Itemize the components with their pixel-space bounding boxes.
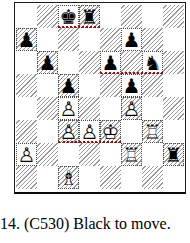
piece-glyph: ♟	[102, 53, 120, 73]
square-a3[interactable]	[16, 120, 37, 143]
square-g1[interactable]	[142, 166, 163, 189]
piece-glyph: ♞	[144, 53, 162, 73]
square-f3[interactable]	[121, 120, 142, 143]
square-d6[interactable]	[79, 51, 100, 74]
square-d8[interactable]: ♜	[79, 5, 100, 28]
piece-glyph: ♙	[123, 99, 141, 119]
white-pawn: ♟♙	[58, 120, 79, 143]
square-e4[interactable]	[100, 97, 121, 120]
square-h8[interactable]	[163, 5, 184, 28]
square-f5[interactable]: ♟	[121, 74, 142, 97]
piece-glyph: ♙	[60, 122, 78, 142]
square-g2[interactable]	[142, 143, 163, 166]
black-knight: ♞	[142, 51, 163, 74]
square-b7[interactable]	[37, 28, 58, 51]
square-b1[interactable]	[37, 166, 58, 189]
square-a8[interactable]	[16, 5, 37, 28]
square-c6[interactable]	[58, 51, 79, 74]
black-rook: ♜	[163, 143, 184, 166]
white-pawn: ♟♙	[16, 143, 37, 166]
square-h5[interactable]	[163, 74, 184, 97]
square-f4[interactable]: ♟♙	[121, 97, 142, 120]
square-a4[interactable]	[16, 97, 37, 120]
piece-glyph: ♟	[39, 53, 57, 73]
square-f8[interactable]	[121, 5, 142, 28]
piece-glyph: ♟	[18, 30, 36, 50]
piece-glyph: ♗	[60, 168, 78, 188]
white-pawn: ♟♙	[79, 120, 100, 143]
diagram-caption: 14. (C530) Black to move.	[0, 215, 190, 233]
square-e7[interactable]	[100, 28, 121, 51]
white-bishop: ♝♗	[58, 166, 79, 189]
piece-glyph: ♚	[60, 7, 78, 27]
piece-glyph: ♖	[144, 122, 162, 142]
square-b2[interactable]	[37, 143, 58, 166]
square-g8[interactable]	[142, 5, 163, 28]
black-pawn: ♟	[16, 28, 37, 51]
board-frame: ♚♜♟♟♟♟♞♟♟♟♙♟♙♟♙♟♙♚♔♜♖♟♙♜♖♜♝♗	[14, 2, 186, 194]
square-h2[interactable]: ♜	[163, 143, 184, 166]
square-h3[interactable]	[163, 120, 184, 143]
square-b8[interactable]	[37, 5, 58, 28]
square-a1[interactable]	[16, 166, 37, 189]
square-h1[interactable]	[163, 166, 184, 189]
square-g4[interactable]	[142, 97, 163, 120]
piece-glyph: ♟	[123, 76, 141, 96]
square-c4[interactable]: ♟♙	[58, 97, 79, 120]
black-king: ♚	[58, 5, 79, 28]
square-d4[interactable]	[79, 97, 100, 120]
white-pawn: ♟♙	[121, 97, 142, 120]
square-f1[interactable]	[121, 166, 142, 189]
square-c1[interactable]: ♝♗	[58, 166, 79, 189]
square-d2[interactable]	[79, 143, 100, 166]
square-e6[interactable]: ♟	[100, 51, 121, 74]
square-d7[interactable]	[79, 28, 100, 51]
piece-glyph: ♟	[60, 76, 78, 96]
piece-glyph: ♙	[60, 99, 78, 119]
square-a6[interactable]	[16, 51, 37, 74]
square-f6[interactable]	[121, 51, 142, 74]
square-g3[interactable]: ♜♖	[142, 120, 163, 143]
black-pawn: ♟	[121, 28, 142, 51]
square-c5[interactable]: ♟	[58, 74, 79, 97]
piece-glyph: ♜	[81, 7, 99, 27]
piece-glyph: ♜	[165, 145, 183, 165]
square-d1[interactable]	[79, 166, 100, 189]
black-pawn: ♟	[37, 51, 58, 74]
square-d3[interactable]: ♟♙	[79, 120, 100, 143]
piece-glyph: ♔	[102, 122, 120, 142]
square-g7[interactable]	[142, 28, 163, 51]
square-e1[interactable]	[100, 166, 121, 189]
square-e3[interactable]: ♚♔	[100, 120, 121, 143]
square-a2[interactable]: ♟♙	[16, 143, 37, 166]
black-pawn: ♟	[58, 74, 79, 97]
white-king: ♚♔	[100, 120, 121, 143]
piece-glyph: ♖	[123, 145, 141, 165]
black-pawn: ♟	[121, 74, 142, 97]
square-e8[interactable]	[100, 5, 121, 28]
chess-diagram: ♚♜♟♟♟♟♞♟♟♟♙♟♙♟♙♟♙♚♔♜♖♟♙♜♖♜♝♗ 14. (C530) …	[0, 0, 190, 243]
square-h4[interactable]	[163, 97, 184, 120]
black-pawn: ♟	[100, 51, 121, 74]
square-g5[interactable]	[142, 74, 163, 97]
square-b4[interactable]	[37, 97, 58, 120]
black-rook: ♜	[79, 5, 100, 28]
square-g6[interactable]: ♞	[142, 51, 163, 74]
square-a5[interactable]	[16, 74, 37, 97]
square-e2[interactable]	[100, 143, 121, 166]
chess-board: ♚♜♟♟♟♟♞♟♟♟♙♟♙♟♙♟♙♚♔♜♖♟♙♜♖♜♝♗	[16, 5, 184, 189]
square-c2[interactable]	[58, 143, 79, 166]
square-c3[interactable]: ♟♙	[58, 120, 79, 143]
piece-glyph: ♙	[81, 122, 99, 142]
square-b3[interactable]	[37, 120, 58, 143]
white-pawn: ♟♙	[58, 97, 79, 120]
square-b5[interactable]	[37, 74, 58, 97]
square-a7[interactable]: ♟	[16, 28, 37, 51]
square-b6[interactable]: ♟	[37, 51, 58, 74]
square-d5[interactable]	[79, 74, 100, 97]
piece-glyph: ♟	[123, 30, 141, 50]
white-rook: ♜♖	[121, 143, 142, 166]
square-h6[interactable]	[163, 51, 184, 74]
square-c8[interactable]: ♚	[58, 5, 79, 28]
square-h7[interactable]	[163, 28, 184, 51]
square-f2[interactable]: ♜♖	[121, 143, 142, 166]
square-e5[interactable]	[100, 74, 121, 97]
square-c7[interactable]	[58, 28, 79, 51]
white-rook: ♜♖	[142, 120, 163, 143]
piece-glyph: ♙	[18, 145, 36, 165]
square-f7[interactable]: ♟	[121, 28, 142, 51]
